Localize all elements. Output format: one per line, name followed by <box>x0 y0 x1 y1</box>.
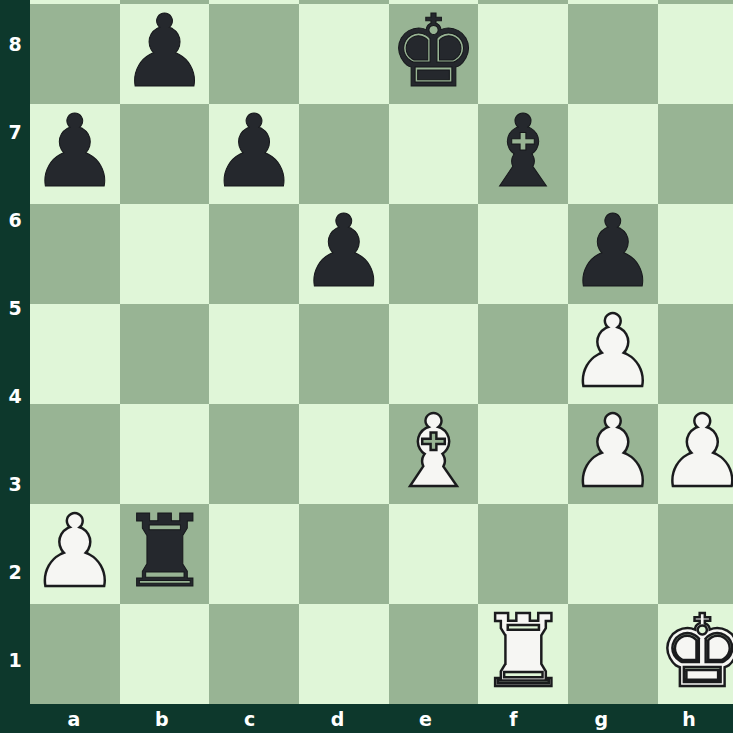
file-label-e: e <box>382 704 470 733</box>
square-e5[interactable] <box>389 204 479 304</box>
square-e2[interactable] <box>389 504 479 604</box>
white-pawn[interactable]: ♟ <box>30 502 120 602</box>
black-king[interactable]: ♚ <box>389 2 479 102</box>
square-d2[interactable] <box>299 504 389 604</box>
square-e3[interactable]: ♝ <box>389 404 479 504</box>
white-bishop[interactable]: ♝ <box>389 402 479 502</box>
black-pawn[interactable]: ♟ <box>299 202 389 302</box>
rank-label-3: 3 <box>0 440 30 528</box>
square-b2[interactable]: ♜ <box>120 504 210 604</box>
file-coordinates: abcdefgh <box>30 704 733 733</box>
square-d6[interactable] <box>299 104 389 204</box>
file-label-d: d <box>294 704 382 733</box>
rank-label-2: 2 <box>0 528 30 616</box>
square-a7[interactable] <box>30 4 120 104</box>
square-f6[interactable]: ♝ <box>478 104 568 204</box>
rank-coordinates: 87654321 <box>0 0 30 704</box>
square-h6[interactable] <box>658 104 733 204</box>
square-e6[interactable] <box>389 104 479 204</box>
square-c3[interactable] <box>209 404 299 504</box>
square-b7[interactable]: ♟ <box>120 4 210 104</box>
square-g5[interactable]: ♟ <box>568 204 658 304</box>
square-a4[interactable] <box>30 304 120 404</box>
square-c1[interactable] <box>209 604 299 704</box>
rank-label-7: 7 <box>0 88 30 176</box>
square-d4[interactable] <box>299 304 389 404</box>
square-h4[interactable] <box>658 304 733 404</box>
square-d5[interactable]: ♟ <box>299 204 389 304</box>
chess-board: ♟♚♟♟♝♟♟♟♝♟♟♟♜♜♚ <box>30 0 733 704</box>
square-b1[interactable] <box>120 604 210 704</box>
square-f7[interactable] <box>478 4 568 104</box>
square-a1[interactable] <box>30 604 120 704</box>
square-g7[interactable] <box>568 4 658 104</box>
white-pawn[interactable]: ♟ <box>658 402 733 502</box>
square-f2[interactable] <box>478 504 568 604</box>
square-g4[interactable]: ♟ <box>568 304 658 404</box>
square-h3[interactable]: ♟ <box>658 404 733 504</box>
black-pawn[interactable]: ♟ <box>120 2 210 102</box>
square-c6[interactable]: ♟ <box>209 104 299 204</box>
black-pawn[interactable]: ♟ <box>30 102 120 202</box>
square-f4[interactable] <box>478 304 568 404</box>
square-h5[interactable] <box>658 204 733 304</box>
square-c7[interactable] <box>209 4 299 104</box>
square-h7[interactable] <box>658 4 733 104</box>
rank-label-1: 1 <box>0 616 30 704</box>
file-label-f: f <box>469 704 557 733</box>
square-e7[interactable]: ♚ <box>389 4 479 104</box>
square-b5[interactable] <box>120 204 210 304</box>
file-label-b: b <box>118 704 206 733</box>
rank-label-5: 5 <box>0 264 30 352</box>
square-a3[interactable] <box>30 404 120 504</box>
square-h1[interactable]: ♚ <box>658 604 733 704</box>
square-g2[interactable] <box>568 504 658 604</box>
white-king[interactable]: ♚ <box>658 602 733 702</box>
white-pawn[interactable]: ♟ <box>568 302 658 402</box>
rank-label-8: 8 <box>0 0 30 88</box>
file-label-c: c <box>206 704 294 733</box>
square-e1[interactable] <box>389 604 479 704</box>
square-c4[interactable] <box>209 304 299 404</box>
rank-label-4: 4 <box>0 352 30 440</box>
square-d7[interactable] <box>299 4 389 104</box>
chess-board-frame: 87654321 ♟♚♟♟♝♟♟♟♝♟♟♟♜♜♚ abcdefgh <box>0 0 733 733</box>
square-f3[interactable] <box>478 404 568 504</box>
black-pawn[interactable]: ♟ <box>209 102 299 202</box>
square-a5[interactable] <box>30 204 120 304</box>
file-label-h: h <box>645 704 733 733</box>
black-rook[interactable]: ♜ <box>120 502 210 602</box>
square-f5[interactable] <box>478 204 568 304</box>
square-g3[interactable]: ♟ <box>568 404 658 504</box>
square-d1[interactable] <box>299 604 389 704</box>
square-d3[interactable] <box>299 404 389 504</box>
square-g1[interactable] <box>568 604 658 704</box>
rank-label-6: 6 <box>0 176 30 264</box>
black-bishop[interactable]: ♝ <box>478 102 568 202</box>
square-c5[interactable] <box>209 204 299 304</box>
file-label-g: g <box>557 704 645 733</box>
square-h2[interactable] <box>658 504 733 604</box>
square-a2[interactable]: ♟ <box>30 504 120 604</box>
white-pawn[interactable]: ♟ <box>568 402 658 502</box>
square-c2[interactable] <box>209 504 299 604</box>
black-pawn[interactable]: ♟ <box>568 202 658 302</box>
square-b3[interactable] <box>120 404 210 504</box>
square-a6[interactable]: ♟ <box>30 104 120 204</box>
square-e4[interactable] <box>389 304 479 404</box>
square-b4[interactable] <box>120 304 210 404</box>
square-g6[interactable] <box>568 104 658 204</box>
white-rook[interactable]: ♜ <box>478 602 568 702</box>
file-label-a: a <box>30 704 118 733</box>
square-f1[interactable]: ♜ <box>478 604 568 704</box>
square-b6[interactable] <box>120 104 210 204</box>
